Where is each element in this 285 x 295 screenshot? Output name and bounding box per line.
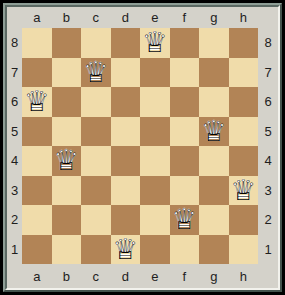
outer-bevel-frame: abcdefgh 87654321 ♛♕♛♕♛♕♛♕♛♕♛♕♛♕♛♕ 87654…: [3, 3, 282, 292]
square-h5[interactable]: [229, 117, 259, 147]
file-label-g-top: g: [199, 7, 229, 28]
square-g1[interactable]: [199, 235, 229, 265]
rank-label-1-left: 1: [7, 235, 22, 265]
rank-label-2-left: 2: [7, 205, 22, 235]
square-d4[interactable]: [111, 146, 141, 176]
file-label-h-bottom: h: [229, 264, 259, 288]
rank-labels-left: 87654321: [7, 28, 22, 264]
rank-label-4-left: 4: [7, 146, 22, 176]
file-label-a-bottom: a: [22, 264, 52, 288]
file-label-c-top: c: [81, 7, 111, 28]
square-b4[interactable]: ♛♕: [52, 146, 82, 176]
white-queen[interactable]: ♛♕: [229, 176, 259, 206]
square-e7[interactable]: [140, 58, 170, 88]
file-label-g-bottom: g: [199, 264, 229, 288]
white-queen[interactable]: ♛♕: [111, 235, 141, 265]
square-e5[interactable]: [140, 117, 170, 147]
white-queen-outline-glyph: ♕: [170, 205, 200, 235]
square-e4[interactable]: [140, 146, 170, 176]
square-g8[interactable]: [199, 28, 229, 58]
white-queen-outline-glyph: ♕: [111, 235, 141, 265]
square-h7[interactable]: [229, 58, 259, 88]
file-label-d-top: d: [111, 7, 141, 28]
rank-label-6-right: 6: [258, 87, 278, 117]
rank-labels-right: 87654321: [258, 28, 278, 264]
square-b2[interactable]: [52, 205, 82, 235]
square-e8[interactable]: ♛♕: [140, 28, 170, 58]
chess-board: ♛♕♛♕♛♕♛♕♛♕♛♕♛♕♛♕: [22, 28, 258, 264]
square-a3[interactable]: [22, 176, 52, 206]
square-c5[interactable]: [81, 117, 111, 147]
file-label-c-bottom: c: [81, 264, 111, 288]
white-queen[interactable]: ♛♕: [52, 146, 82, 176]
file-label-f-top: f: [170, 7, 200, 28]
square-a5[interactable]: [22, 117, 52, 147]
white-queen[interactable]: ♛♕: [170, 205, 200, 235]
square-f8[interactable]: [170, 28, 200, 58]
square-f6[interactable]: [170, 87, 200, 117]
square-g3[interactable]: [199, 176, 229, 206]
square-g5[interactable]: ♛♕: [199, 117, 229, 147]
square-e1[interactable]: [140, 235, 170, 265]
square-c6[interactable]: [81, 87, 111, 117]
square-a2[interactable]: [22, 205, 52, 235]
rank-label-5-right: 5: [258, 117, 278, 147]
rank-label-7-right: 7: [258, 58, 278, 88]
rank-label-3-right: 3: [258, 176, 278, 206]
square-b6[interactable]: [52, 87, 82, 117]
square-g7[interactable]: [199, 58, 229, 88]
rank-label-6-left: 6: [7, 87, 22, 117]
square-g6[interactable]: [199, 87, 229, 117]
file-label-a-top: a: [22, 7, 52, 28]
square-a1[interactable]: [22, 235, 52, 265]
square-h4[interactable]: [229, 146, 259, 176]
square-e3[interactable]: [140, 176, 170, 206]
file-label-e-bottom: e: [140, 264, 170, 288]
white-queen-outline-glyph: ♕: [22, 87, 52, 117]
square-a4[interactable]: [22, 146, 52, 176]
square-d8[interactable]: [111, 28, 141, 58]
square-b3[interactable]: [52, 176, 82, 206]
square-a8[interactable]: [22, 28, 52, 58]
square-d3[interactable]: [111, 176, 141, 206]
square-d2[interactable]: [111, 205, 141, 235]
file-labels-bottom: abcdefgh: [22, 264, 258, 288]
rank-label-8-left: 8: [7, 28, 22, 58]
square-f7[interactable]: [170, 58, 200, 88]
square-c1[interactable]: [81, 235, 111, 265]
square-b5[interactable]: [52, 117, 82, 147]
square-c7[interactable]: ♛♕: [81, 58, 111, 88]
square-h3[interactable]: ♛♕: [229, 176, 259, 206]
square-c4[interactable]: [81, 146, 111, 176]
white-queen-outline-glyph: ♕: [229, 176, 259, 206]
square-a7[interactable]: [22, 58, 52, 88]
white-queen-outline-glyph: ♕: [140, 28, 170, 58]
rank-label-2-right: 2: [258, 205, 278, 235]
white-queen[interactable]: ♛♕: [81, 58, 111, 88]
white-queen[interactable]: ♛♕: [199, 117, 229, 147]
square-g2[interactable]: [199, 205, 229, 235]
square-d1[interactable]: ♛♕: [111, 235, 141, 265]
file-label-f-bottom: f: [170, 264, 200, 288]
square-a6[interactable]: ♛♕: [22, 87, 52, 117]
rank-label-4-right: 4: [258, 146, 278, 176]
square-f4[interactable]: [170, 146, 200, 176]
square-c8[interactable]: [81, 28, 111, 58]
square-c3[interactable]: [81, 176, 111, 206]
rank-label-7-left: 7: [7, 58, 22, 88]
square-h6[interactable]: [229, 87, 259, 117]
square-b8[interactable]: [52, 28, 82, 58]
board-panel: abcdefgh 87654321 ♛♕♛♕♛♕♛♕♛♕♛♕♛♕♛♕ 87654…: [7, 7, 278, 288]
white-queen[interactable]: ♛♕: [22, 87, 52, 117]
rank-label-8-right: 8: [258, 28, 278, 58]
square-b7[interactable]: [52, 58, 82, 88]
square-h2[interactable]: [229, 205, 259, 235]
board-window: abcdefgh 87654321 ♛♕♛♕♛♕♛♕♛♕♛♕♛♕♛♕ 87654…: [0, 0, 285, 295]
file-labels-top: abcdefgh: [22, 7, 258, 28]
white-queen[interactable]: ♛♕: [140, 28, 170, 58]
square-e6[interactable]: [140, 87, 170, 117]
square-g4[interactable]: [199, 146, 229, 176]
square-f3[interactable]: [170, 176, 200, 206]
white-queen-outline-glyph: ♕: [199, 117, 229, 147]
inner-bevel-frame: abcdefgh 87654321 ♛♕♛♕♛♕♛♕♛♕♛♕♛♕♛♕ 87654…: [5, 5, 280, 290]
square-e2[interactable]: [140, 205, 170, 235]
rank-label-3-left: 3: [7, 176, 22, 206]
square-d7[interactable]: [111, 58, 141, 88]
square-h8[interactable]: [229, 28, 259, 58]
file-label-b-bottom: b: [52, 264, 82, 288]
rank-label-1-right: 1: [258, 235, 278, 265]
square-d6[interactable]: [111, 87, 141, 117]
square-h1[interactable]: [229, 235, 259, 265]
square-f5[interactable]: [170, 117, 200, 147]
file-label-h-top: h: [229, 7, 259, 28]
rank-label-5-left: 5: [7, 117, 22, 147]
square-f1[interactable]: [170, 235, 200, 265]
square-d5[interactable]: [111, 117, 141, 147]
white-queen-outline-glyph: ♕: [81, 58, 111, 88]
white-queen-outline-glyph: ♕: [52, 146, 82, 176]
square-c2[interactable]: [81, 205, 111, 235]
file-label-d-bottom: d: [111, 264, 141, 288]
square-f2[interactable]: ♛♕: [170, 205, 200, 235]
square-b1[interactable]: [52, 235, 82, 265]
file-label-b-top: b: [52, 7, 82, 28]
